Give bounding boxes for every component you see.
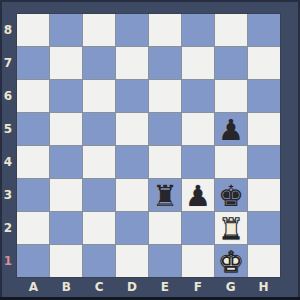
square-d4[interactable] (116, 146, 148, 178)
square-b1[interactable] (50, 245, 82, 277)
square-h1[interactable] (248, 245, 280, 277)
square-a7[interactable] (17, 47, 49, 79)
square-f1[interactable] (182, 245, 214, 277)
square-e1[interactable] (149, 245, 181, 277)
square-a3[interactable] (17, 179, 49, 211)
square-f8[interactable] (182, 14, 214, 46)
square-b4[interactable] (50, 146, 82, 178)
square-g3[interactable]: ♚ (215, 179, 247, 211)
square-f2[interactable] (182, 212, 214, 244)
file-label-a: A (17, 278, 50, 296)
square-c5[interactable] (83, 113, 115, 145)
square-a2[interactable] (17, 212, 49, 244)
square-d7[interactable] (116, 47, 148, 79)
square-c7[interactable] (83, 47, 115, 79)
rank-label-8: 8 (0, 14, 16, 46)
black-pawn[interactable]: ♟ (218, 116, 244, 145)
square-f3[interactable]: ♟ (182, 179, 214, 211)
file-label-h: H (247, 278, 280, 296)
square-g2[interactable]: ♜ (215, 212, 247, 244)
chess-board[interactable]: ♟♜♟♚♜♚ (17, 14, 280, 277)
square-d2[interactable] (116, 212, 148, 244)
square-e2[interactable] (149, 212, 181, 244)
square-e5[interactable] (149, 113, 181, 145)
black-king[interactable]: ♚ (218, 182, 244, 211)
file-label-d: D (116, 278, 149, 296)
square-e3[interactable]: ♜ (149, 179, 181, 211)
square-c3[interactable] (83, 179, 115, 211)
square-c8[interactable] (83, 14, 115, 46)
white-rook[interactable]: ♜ (218, 215, 244, 244)
square-e7[interactable] (149, 47, 181, 79)
square-e6[interactable] (149, 80, 181, 112)
file-labels: ABCDEFGH (17, 278, 280, 296)
square-a6[interactable] (17, 80, 49, 112)
file-label-c: C (83, 278, 116, 296)
square-h6[interactable] (248, 80, 280, 112)
square-c6[interactable] (83, 80, 115, 112)
square-d5[interactable] (116, 113, 148, 145)
square-d3[interactable] (116, 179, 148, 211)
square-g8[interactable] (215, 14, 247, 46)
black-pawn[interactable]: ♟ (185, 182, 211, 211)
rank-label-4: 4 (0, 146, 16, 178)
square-h7[interactable] (248, 47, 280, 79)
white-king[interactable]: ♚ (218, 248, 244, 277)
square-a5[interactable] (17, 113, 49, 145)
square-h5[interactable] (248, 113, 280, 145)
square-a8[interactable] (17, 14, 49, 46)
square-e8[interactable] (149, 14, 181, 46)
square-e4[interactable] (149, 146, 181, 178)
square-f5[interactable] (182, 113, 214, 145)
rank-label-7: 7 (0, 47, 16, 79)
square-b2[interactable] (50, 212, 82, 244)
rank-label-5: 5 (0, 113, 16, 145)
square-h4[interactable] (248, 146, 280, 178)
square-c2[interactable] (83, 212, 115, 244)
square-h3[interactable] (248, 179, 280, 211)
square-g6[interactable] (215, 80, 247, 112)
square-c4[interactable] (83, 146, 115, 178)
chess-board-frame: ♟♜♟♚♜♚ 87654321 ABCDEFGH (0, 0, 300, 300)
square-a1[interactable] (17, 245, 49, 277)
square-g1[interactable]: ♚ (215, 245, 247, 277)
square-h2[interactable] (248, 212, 280, 244)
rank-label-3: 3 (0, 179, 16, 211)
square-b3[interactable] (50, 179, 82, 211)
square-d6[interactable] (116, 80, 148, 112)
square-b7[interactable] (50, 47, 82, 79)
square-g4[interactable] (215, 146, 247, 178)
square-d1[interactable] (116, 245, 148, 277)
square-c1[interactable] (83, 245, 115, 277)
black-rook[interactable]: ♜ (152, 182, 178, 211)
square-b5[interactable] (50, 113, 82, 145)
file-label-b: B (50, 278, 83, 296)
square-d8[interactable] (116, 14, 148, 46)
square-g7[interactable] (215, 47, 247, 79)
square-f6[interactable] (182, 80, 214, 112)
file-label-e: E (149, 278, 182, 296)
rank-label-1: 1 (0, 245, 16, 277)
rank-label-2: 2 (0, 212, 16, 244)
square-b6[interactable] (50, 80, 82, 112)
square-f7[interactable] (182, 47, 214, 79)
square-b8[interactable] (50, 14, 82, 46)
rank-label-6: 6 (0, 80, 16, 112)
square-h8[interactable] (248, 14, 280, 46)
file-label-g: G (214, 278, 247, 296)
square-g5[interactable]: ♟ (215, 113, 247, 145)
square-a4[interactable] (17, 146, 49, 178)
square-f4[interactable] (182, 146, 214, 178)
file-label-f: F (181, 278, 214, 296)
